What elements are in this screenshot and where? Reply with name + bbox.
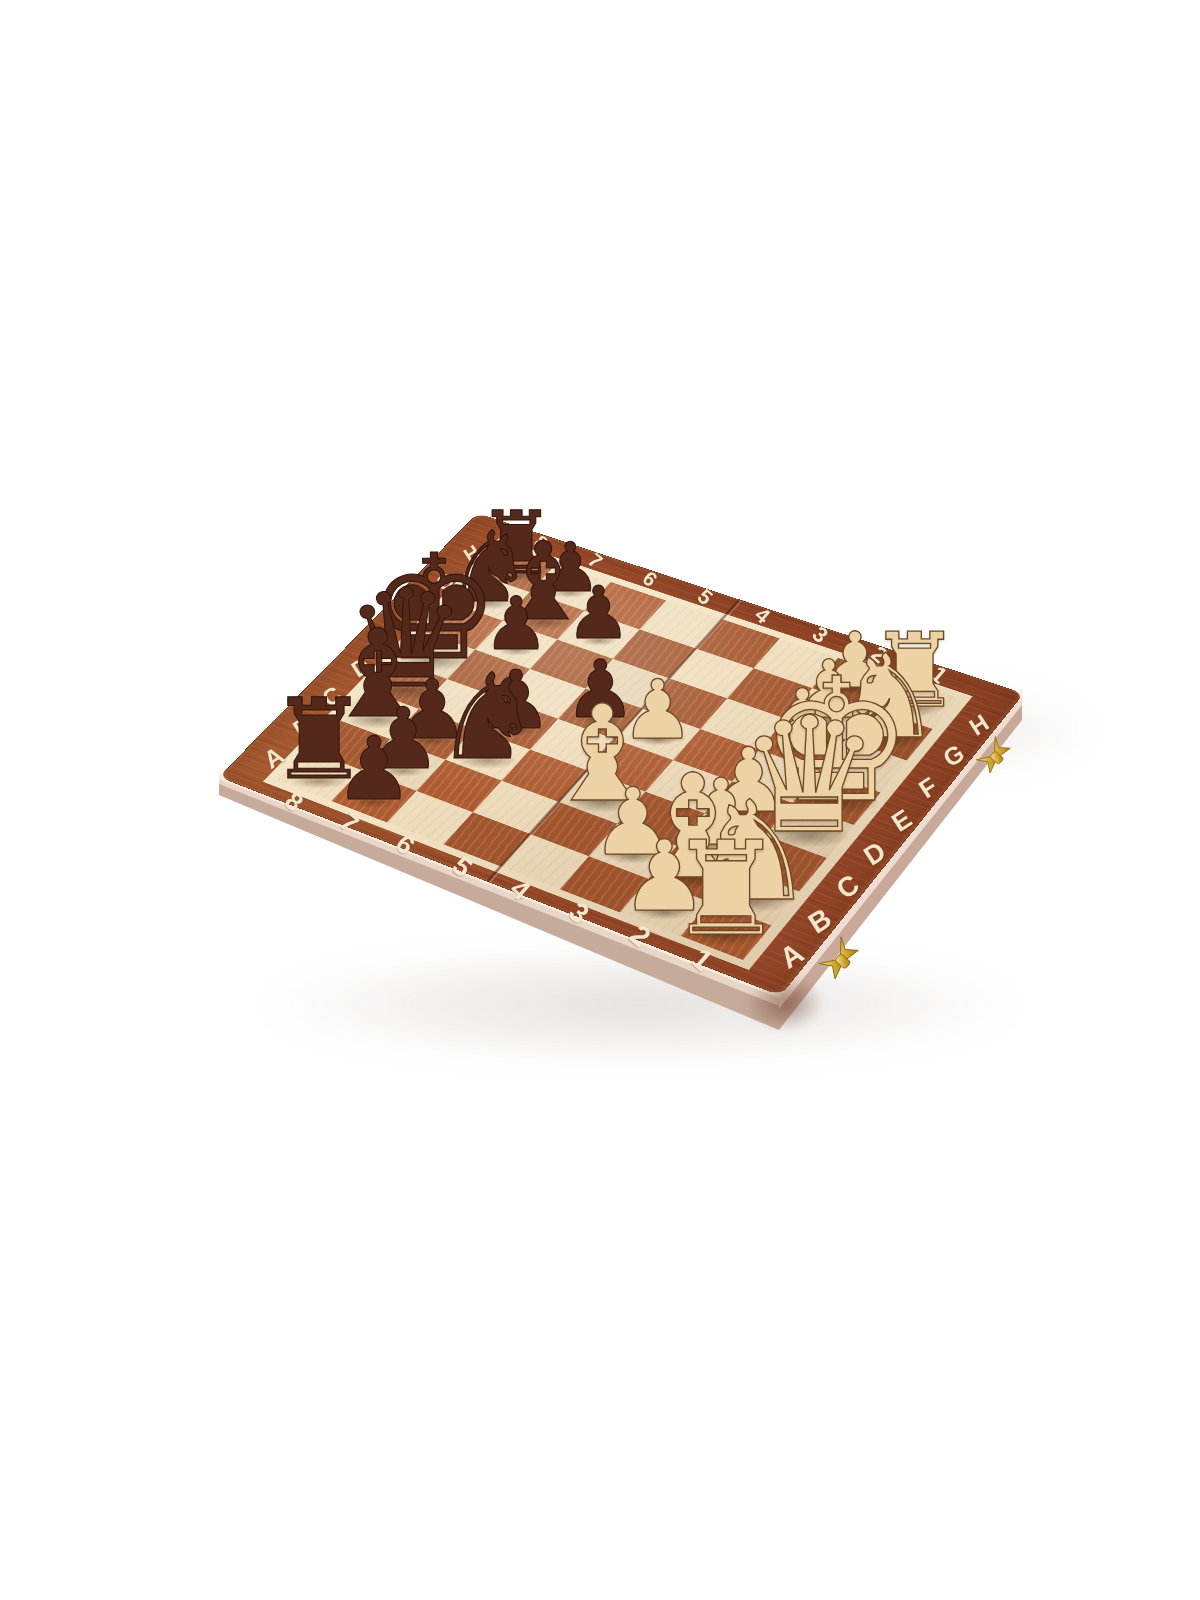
black-pawn-a7: ♟ — [335, 726, 414, 814]
black-pawn-g6: ♟ — [566, 577, 631, 650]
pieces-layer: ♜♞♛♚♞♜♟♝♟♟♟♟♟♟♝♟♟♞♟♟♟♟♟♟♝♟♜♝♛♚♞♜ — [0, 0, 1200, 1600]
white-rook-a1: ♜ — [668, 823, 785, 953]
product-photo-stage: AABBCCDDEEFFGGHH1122334455667788 ♜♞♛♚♞♜♟… — [0, 0, 1200, 1600]
black-knight-c6: ♞ — [434, 657, 541, 776]
